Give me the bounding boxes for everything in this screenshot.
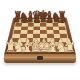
latch-clasp-icon (37, 56, 43, 60)
piece-bp-h7[interactable]: ♟ (60, 15, 68, 23)
chess-set-photo: ♜♞♝♛♚♝♞♜♟♟♟♟♟♟♟♟♟♟♟♟♟♟♟♟♜♞♝♛♚♝♞♜ (0, 0, 80, 80)
piece-wr-h1[interactable]: ♜ (64, 41, 76, 55)
pieces-layer: ♜♞♝♛♚♝♞♜♟♟♟♟♟♟♟♟♟♟♟♟♟♟♟♟♜♞♝♛♚♝♞♜ (0, 0, 80, 80)
